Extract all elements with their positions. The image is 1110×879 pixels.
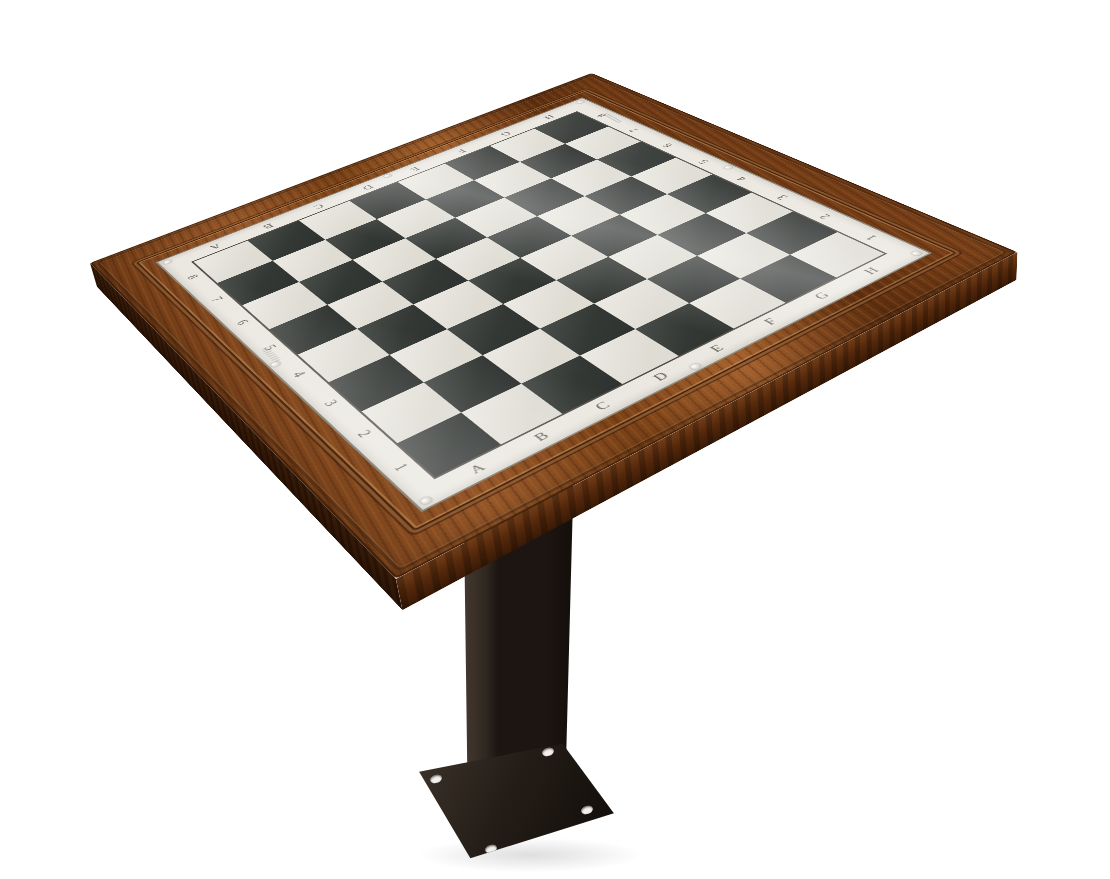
chess-table-photo: ABCDEFGH ABCDEFGH 87654321 87654321	[0, 0, 1110, 879]
board-square	[697, 233, 789, 278]
board-square	[647, 256, 740, 303]
tabletop: ABCDEFGH ABCDEFGH 87654321 87654321	[90, 73, 1018, 579]
screw-dot	[269, 361, 281, 368]
board-square	[556, 257, 647, 304]
printed-marking-right	[602, 113, 622, 123]
board-square	[502, 280, 594, 329]
table-tilt: ABCDEFGH ABCDEFGH 87654321 87654321	[0, 0, 1110, 879]
board-square	[329, 355, 424, 411]
screw-dot	[724, 165, 735, 170]
scene: ABCDEFGH ABCDEFGH 87654321 87654321	[0, 0, 1110, 879]
board-square	[327, 281, 414, 329]
screw-dot	[163, 259, 173, 264]
board-square	[413, 281, 502, 329]
screw-dot	[910, 250, 922, 256]
board-square	[298, 329, 389, 382]
board-square	[483, 329, 580, 384]
screw-dot	[383, 174, 392, 178]
screw-dot	[576, 100, 585, 104]
